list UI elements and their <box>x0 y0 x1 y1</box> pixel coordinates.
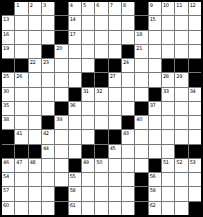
grid-cell[interactable] <box>109 202 121 215</box>
clue-number: 25 <box>3 73 9 79</box>
clue-number: 33 <box>163 88 169 94</box>
grid-cell[interactable] <box>109 88 121 101</box>
black-cell <box>135 173 147 186</box>
grid-cell[interactable] <box>162 173 174 186</box>
grid-cell[interactable] <box>175 88 187 101</box>
black-cell <box>69 159 81 172</box>
grid-cell[interactable] <box>69 116 81 129</box>
grid-cell[interactable]: 61 <box>69 202 81 215</box>
grid-cell[interactable] <box>162 145 174 158</box>
grid-cell[interactable] <box>69 59 81 72</box>
clue-number: 49 <box>83 159 89 165</box>
grid-cell[interactable] <box>95 116 107 129</box>
grid-cell[interactable] <box>29 31 41 44</box>
black-cell <box>162 59 174 72</box>
grid-cell[interactable] <box>15 187 27 200</box>
grid-cell[interactable] <box>15 102 27 115</box>
grid-cell[interactable] <box>42 187 54 200</box>
grid-cell[interactable]: 4 <box>69 2 81 15</box>
black-cell <box>2 59 14 72</box>
grid-cell[interactable]: 55 <box>69 173 81 186</box>
grid-cell[interactable] <box>135 88 147 101</box>
grid-cell[interactable]: 25 <box>2 73 14 86</box>
clue-number: 56 <box>150 173 156 179</box>
clue-number: 42 <box>43 130 49 136</box>
grid-cell[interactable] <box>175 202 187 215</box>
grid-cell[interactable] <box>15 45 27 58</box>
grid-cell[interactable] <box>122 102 134 115</box>
grid-cell[interactable] <box>82 102 94 115</box>
grid-cell[interactable] <box>15 173 27 186</box>
grid-cell[interactable] <box>42 173 54 186</box>
grid-cell[interactable]: 19 <box>2 45 14 58</box>
black-cell <box>42 45 54 58</box>
clue-number: 16 <box>3 31 9 37</box>
grid-cell[interactable] <box>175 187 187 200</box>
clue-number: 34 <box>190 88 196 94</box>
grid-cell[interactable] <box>162 202 174 215</box>
grid-cell[interactable] <box>109 173 121 186</box>
grid-cell[interactable] <box>82 187 94 200</box>
grid-cell[interactable] <box>149 145 161 158</box>
grid-cell[interactable]: 29 <box>175 73 187 86</box>
black-cell <box>15 145 27 158</box>
clue-number: 11 <box>176 2 182 8</box>
grid-cell[interactable] <box>149 73 161 86</box>
black-cell <box>55 187 67 200</box>
grid-cell[interactable] <box>82 173 94 186</box>
clue-number: 58 <box>70 187 76 193</box>
grid-cell[interactable] <box>95 45 107 58</box>
black-cell <box>189 202 201 215</box>
clue-number: 22 <box>30 59 36 65</box>
grid-cell[interactable] <box>189 16 201 29</box>
grid-cell[interactable] <box>42 31 54 44</box>
grid-cell[interactable] <box>29 16 41 29</box>
grid-cell[interactable] <box>29 173 41 186</box>
grid-cell[interactable] <box>109 159 121 172</box>
clue-number: 52 <box>176 159 182 165</box>
black-cell <box>2 130 14 143</box>
clue-number: 15 <box>150 16 156 22</box>
clue-number: 2 <box>30 2 33 8</box>
black-cell <box>95 145 107 158</box>
clue-number: 3 <box>43 2 46 8</box>
grid-cell[interactable] <box>135 145 147 158</box>
grid-cell[interactable] <box>149 116 161 129</box>
clue-number: 30 <box>3 88 9 94</box>
clue-number: 28 <box>163 73 169 79</box>
grid-cell[interactable] <box>15 202 27 215</box>
grid-cell[interactable] <box>69 130 81 143</box>
black-cell <box>135 2 147 15</box>
clue-number: 38 <box>3 116 9 122</box>
clue-number: 6 <box>96 2 99 8</box>
grid-cell[interactable]: 53 <box>189 159 201 172</box>
grid-cell[interactable] <box>29 202 41 215</box>
grid-cell[interactable] <box>122 73 134 86</box>
black-cell <box>149 88 161 101</box>
grid-cell[interactable]: 37 <box>149 102 161 115</box>
grid-cell[interactable] <box>109 31 121 44</box>
grid-cell[interactable] <box>95 31 107 44</box>
grid-cell[interactable] <box>42 102 54 115</box>
clue-number: 21 <box>136 45 142 51</box>
grid-cell[interactable]: 33 <box>162 88 174 101</box>
grid-cell[interactable] <box>29 102 41 115</box>
black-cell <box>135 202 147 215</box>
grid-cell[interactable] <box>122 31 134 44</box>
grid-cell[interactable]: 43 <box>122 130 134 143</box>
grid-cell[interactable] <box>162 187 174 200</box>
clue-number: 31 <box>83 88 89 94</box>
clue-number: 41 <box>16 130 22 136</box>
grid-cell[interactable] <box>189 187 201 200</box>
grid-cell[interactable] <box>135 59 147 72</box>
black-cell <box>189 59 201 72</box>
grid-cell[interactable]: 7 <box>109 2 121 15</box>
grid-cell[interactable] <box>15 88 27 101</box>
grid-cell[interactable] <box>175 45 187 58</box>
grid-cell[interactable]: 51 <box>162 159 174 172</box>
clue-number: 47 <box>16 159 22 165</box>
grid-cell[interactable]: 27 <box>109 73 121 86</box>
grid-cell[interactable] <box>122 173 134 186</box>
grid-cell[interactable]: 41 <box>15 130 27 143</box>
grid-cell[interactable] <box>42 202 54 215</box>
grid-cell[interactable]: 44 <box>42 145 54 158</box>
clue-number: 1 <box>16 2 19 8</box>
clue-number: 12 <box>190 2 196 8</box>
grid-cell[interactable] <box>29 130 41 143</box>
grid-cell[interactable]: 48 <box>29 159 41 172</box>
grid-cell[interactable]: 60 <box>2 202 14 215</box>
grid-cell[interactable]: 22 <box>29 59 41 72</box>
clue-number: 61 <box>70 202 76 208</box>
grid-cell[interactable] <box>82 202 94 215</box>
clue-number: 14 <box>70 16 76 22</box>
grid-cell[interactable] <box>109 116 121 129</box>
black-cell <box>55 31 67 44</box>
grid-cell[interactable] <box>162 116 174 129</box>
clue-number: 46 <box>3 159 9 165</box>
grid-cell[interactable]: 59 <box>149 187 161 200</box>
grid-cell[interactable]: 9 <box>149 2 161 15</box>
grid-cell[interactable]: 32 <box>95 88 107 101</box>
black-cell <box>95 59 107 72</box>
grid-cell[interactable]: 56 <box>149 173 161 186</box>
grid-cell[interactable]: 62 <box>149 202 161 215</box>
black-cell <box>2 2 14 15</box>
grid-cell[interactable] <box>15 116 27 129</box>
grid-cell[interactable]: 5 <box>82 2 94 15</box>
grid-cell[interactable] <box>135 130 147 143</box>
black-cell <box>55 16 67 29</box>
grid-cell[interactable]: 6 <box>95 2 107 15</box>
black-cell <box>189 73 201 86</box>
black-cell <box>122 116 134 129</box>
grid-cell[interactable] <box>29 116 41 129</box>
clue-number: 44 <box>43 145 49 151</box>
grid-cell[interactable]: 36 <box>69 102 81 115</box>
grid-cell[interactable] <box>29 88 41 101</box>
black-cell <box>55 2 67 15</box>
black-cell <box>189 145 201 158</box>
black-cell <box>15 59 27 72</box>
black-cell <box>135 102 147 115</box>
grid-cell[interactable] <box>69 45 81 58</box>
black-cell <box>109 59 121 72</box>
grid-cell[interactable] <box>175 173 187 186</box>
clue-number: 48 <box>30 159 36 165</box>
grid-cell[interactable] <box>95 173 107 186</box>
grid-cell[interactable] <box>82 59 94 72</box>
grid-cell[interactable]: 28 <box>162 73 174 86</box>
grid-cell[interactable]: 23 <box>42 59 54 72</box>
grid-cell[interactable] <box>122 187 134 200</box>
grid-cell[interactable] <box>109 187 121 200</box>
black-cell <box>122 45 134 58</box>
clue-number: 45 <box>110 145 116 151</box>
grid-cell[interactable] <box>175 31 187 44</box>
clue-number: 40 <box>136 116 142 122</box>
grid-cell[interactable] <box>55 59 67 72</box>
grid-cell[interactable] <box>42 88 54 101</box>
grid-cell[interactable] <box>95 187 107 200</box>
grid-cell[interactable] <box>175 116 187 129</box>
black-cell <box>55 102 67 115</box>
grid-cell[interactable] <box>109 45 121 58</box>
black-cell <box>69 88 81 101</box>
grid-cell[interactable]: 20 <box>55 45 67 58</box>
grid-cell[interactable] <box>149 59 161 72</box>
grid-cell[interactable] <box>149 130 161 143</box>
grid-cell[interactable] <box>189 130 201 143</box>
clue-number: 59 <box>150 187 156 193</box>
grid-cell[interactable] <box>82 16 94 29</box>
black-cell <box>55 202 67 215</box>
grid-cell[interactable]: 42 <box>42 130 54 143</box>
clue-number: 43 <box>123 130 129 136</box>
grid-cell[interactable] <box>55 73 67 86</box>
clue-number: 35 <box>3 102 9 108</box>
grid-cell[interactable] <box>122 16 134 29</box>
grid-cell[interactable]: 49 <box>82 159 94 172</box>
clue-number: 27 <box>110 73 116 79</box>
grid-cell[interactable]: 8 <box>122 2 134 15</box>
clue-number: 5 <box>83 2 86 8</box>
grid-cell[interactable] <box>122 88 134 101</box>
grid-cell[interactable] <box>149 45 161 58</box>
grid-cell[interactable]: 12 <box>189 2 201 15</box>
grid-cell[interactable] <box>95 202 107 215</box>
clue-number: 8 <box>123 2 126 8</box>
clue-number: 4 <box>70 2 73 8</box>
grid-cell[interactable]: 58 <box>69 187 81 200</box>
clue-number: 53 <box>190 159 196 165</box>
grid-cell[interactable]: 35 <box>2 102 14 115</box>
grid-cell[interactable] <box>69 73 81 86</box>
grid-cell[interactable] <box>175 16 187 29</box>
grid-cell[interactable] <box>162 16 174 29</box>
clue-number: 10 <box>163 2 169 8</box>
grid-cell[interactable]: 18 <box>135 31 147 44</box>
grid-cell[interactable] <box>162 45 174 58</box>
grid-cell[interactable] <box>82 31 94 44</box>
grid-cell[interactable] <box>175 102 187 115</box>
grid-cell[interactable]: 3 <box>42 2 54 15</box>
grid-cell[interactable] <box>55 130 67 143</box>
black-cell <box>109 130 121 143</box>
grid-cell[interactable] <box>95 102 107 115</box>
grid-cell[interactable] <box>95 16 107 29</box>
grid-cell[interactable] <box>29 187 41 200</box>
clue-number: 57 <box>3 187 9 193</box>
grid-cell[interactable] <box>162 130 174 143</box>
grid-cell[interactable]: 39 <box>55 116 67 129</box>
grid-cell[interactable] <box>122 202 134 215</box>
grid-cell[interactable] <box>122 159 134 172</box>
grid-cell[interactable] <box>162 31 174 44</box>
grid-cell[interactable] <box>162 102 174 115</box>
grid-cell[interactable]: 46 <box>2 159 14 172</box>
clue-number: 18 <box>136 31 142 37</box>
grid-cell[interactable] <box>109 16 121 29</box>
grid-cell[interactable]: 50 <box>95 159 107 172</box>
grid-cell[interactable] <box>42 159 54 172</box>
grid-cell[interactable] <box>55 145 67 158</box>
grid-cell[interactable] <box>149 31 161 44</box>
grid-cell[interactable]: 14 <box>69 16 81 29</box>
grid-cell[interactable] <box>82 130 94 143</box>
grid-cell[interactable] <box>15 31 27 44</box>
grid-cell[interactable]: 15 <box>149 16 161 29</box>
grid-cell[interactable]: 31 <box>82 88 94 101</box>
grid-cell[interactable] <box>29 73 41 86</box>
grid-cell[interactable] <box>42 73 54 86</box>
black-cell <box>95 73 107 86</box>
grid-cell[interactable]: 17 <box>69 31 81 44</box>
black-cell <box>135 187 147 200</box>
grid-cell[interactable] <box>109 102 121 115</box>
black-cell <box>82 73 94 86</box>
grid-cell[interactable]: 11 <box>175 2 187 15</box>
black-cell <box>135 16 147 29</box>
grid-cell[interactable]: 10 <box>162 2 174 15</box>
grid-cell[interactable] <box>175 130 187 143</box>
clue-number: 51 <box>163 159 169 165</box>
grid-cell[interactable]: 40 <box>135 116 147 129</box>
grid-cell[interactable] <box>15 16 27 29</box>
grid-cell[interactable] <box>135 73 147 86</box>
black-cell <box>175 145 187 158</box>
grid-cell[interactable]: 13 <box>2 16 14 29</box>
clue-number: 17 <box>70 31 76 37</box>
clue-number: 36 <box>70 102 76 108</box>
clue-number: 9 <box>150 2 153 8</box>
grid-cell[interactable] <box>122 145 134 158</box>
clue-number: 19 <box>3 45 9 51</box>
grid-cell[interactable] <box>189 45 201 58</box>
black-cell <box>95 130 107 143</box>
grid-cell[interactable]: 16 <box>2 31 14 44</box>
clue-number: 23 <box>43 59 49 65</box>
clue-number: 39 <box>56 116 62 122</box>
grid-cell[interactable] <box>55 173 67 186</box>
black-cell <box>82 145 94 158</box>
black-cell <box>29 145 41 158</box>
grid-cell[interactable] <box>55 159 67 172</box>
clue-number: 62 <box>150 202 156 208</box>
grid-cell[interactable]: 34 <box>189 88 201 101</box>
clue-number: 24 <box>123 59 129 65</box>
clue-number: 50 <box>96 159 102 165</box>
grid-cell[interactable] <box>82 116 94 129</box>
black-cell <box>149 159 161 172</box>
grid-cell[interactable] <box>29 45 41 58</box>
black-cell <box>175 59 187 72</box>
grid-cell[interactable]: 2 <box>29 2 41 15</box>
grid-cell[interactable] <box>82 45 94 58</box>
grid-cell[interactable] <box>189 116 201 129</box>
black-cell <box>2 145 14 158</box>
grid-cell[interactable]: 45 <box>109 145 121 158</box>
grid-cell[interactable]: 26 <box>15 73 27 86</box>
black-cell <box>42 116 54 129</box>
grid-cell[interactable] <box>135 159 147 172</box>
clue-number: 26 <box>16 73 22 79</box>
grid-cell[interactable] <box>55 88 67 101</box>
clue-number: 20 <box>56 45 62 51</box>
grid-cell[interactable]: 57 <box>2 187 14 200</box>
clue-number: 7 <box>110 2 113 8</box>
grid-cell[interactable]: 21 <box>135 45 147 58</box>
clue-number: 13 <box>3 16 9 22</box>
grid-cell[interactable]: 54 <box>2 173 14 186</box>
grid-cell[interactable]: 38 <box>2 116 14 129</box>
clue-number: 37 <box>150 102 156 108</box>
clue-number: 60 <box>3 202 9 208</box>
grid-cell[interactable] <box>189 31 201 44</box>
clue-number: 32 <box>96 88 102 94</box>
grid-cell[interactable]: 24 <box>122 59 134 72</box>
grid-cell[interactable]: 30 <box>2 88 14 101</box>
grid-cell[interactable]: 52 <box>175 159 187 172</box>
grid-cell[interactable] <box>189 173 201 186</box>
clue-number: 29 <box>176 73 182 79</box>
clue-number: 55 <box>70 173 76 179</box>
grid-cell[interactable] <box>189 102 201 115</box>
grid-cell[interactable]: 47 <box>15 159 27 172</box>
grid-cell[interactable] <box>69 145 81 158</box>
clue-number: 54 <box>3 173 9 179</box>
grid-cell[interactable]: 1 <box>15 2 27 15</box>
grid-cell[interactable] <box>42 16 54 29</box>
crossword-grid: 1234567891011121314151617181920212223242… <box>0 0 203 217</box>
